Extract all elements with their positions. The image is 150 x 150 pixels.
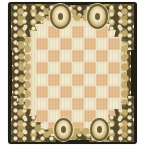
board-square-r2c1 [36, 38, 48, 50]
board-square-r4c2 [48, 62, 60, 74]
board-square-r2c5 [84, 38, 96, 50]
board-square-r4c5 [84, 62, 96, 74]
board-square-r3c2 [48, 50, 60, 62]
board-square-r7c4 [72, 98, 84, 110]
product-photo-background [0, 0, 150, 150]
board-square-r4c7 [108, 62, 120, 74]
board-square-r8c1 [36, 110, 48, 122]
board-square-r2c4 [72, 38, 84, 50]
board-square-r1c4 [72, 26, 84, 38]
board-square-r5c4 [72, 74, 84, 86]
board-square-r5c2 [48, 74, 60, 86]
board-square-r3c6 [96, 50, 108, 62]
board-square-r7c3 [60, 98, 72, 110]
oval-medallion-top-right [87, 4, 108, 29]
board-square-r1c1 [36, 26, 48, 38]
board-square-r2c6 [96, 38, 108, 50]
board-square-r3c5 [84, 50, 96, 62]
board-square-r4c3 [60, 62, 72, 74]
board-square-r4c6 [96, 62, 108, 74]
board-square-r6c6 [96, 86, 108, 98]
board-square-r5c3 [60, 74, 72, 86]
board-square-r3c4 [72, 50, 84, 62]
board-square-r3c3 [60, 50, 72, 62]
board-square-r6c3 [60, 86, 72, 98]
board-square-r8c4 [72, 110, 84, 122]
board-square-r7c7 [108, 98, 120, 110]
board-square-r2c7 [108, 38, 120, 50]
rug [8, 2, 137, 144]
board-square-r3c7 [108, 50, 120, 62]
board-square-r5c1 [36, 74, 48, 86]
board-square-r6c1 [36, 86, 48, 98]
checkerboard-field [28, 18, 124, 132]
checkerboard [36, 26, 120, 132]
board-square-r3c1 [36, 50, 48, 62]
oval-medallion-bottom-left [54, 118, 73, 141]
board-square-r6c4 [72, 86, 84, 98]
board-square-r5c7 [108, 74, 120, 86]
oval-medallion-bottom-right [90, 118, 109, 141]
board-square-r6c7 [108, 86, 120, 98]
board-square-r2c3 [60, 38, 72, 50]
board-square-r2c2 [48, 38, 60, 50]
oval-medallion-top-left [50, 4, 71, 29]
board-square-r7c1 [36, 98, 48, 110]
board-square-r7c2 [48, 98, 60, 110]
board-square-r6c2 [48, 86, 60, 98]
board-square-r5c5 [84, 74, 96, 86]
board-square-r5c6 [96, 74, 108, 86]
board-square-r7c5 [84, 98, 96, 110]
board-square-r6c5 [84, 86, 96, 98]
board-square-r4c1 [36, 62, 48, 74]
board-square-r9c4 [72, 122, 84, 132]
board-square-r7c6 [96, 98, 108, 110]
board-square-r4c4 [72, 62, 84, 74]
